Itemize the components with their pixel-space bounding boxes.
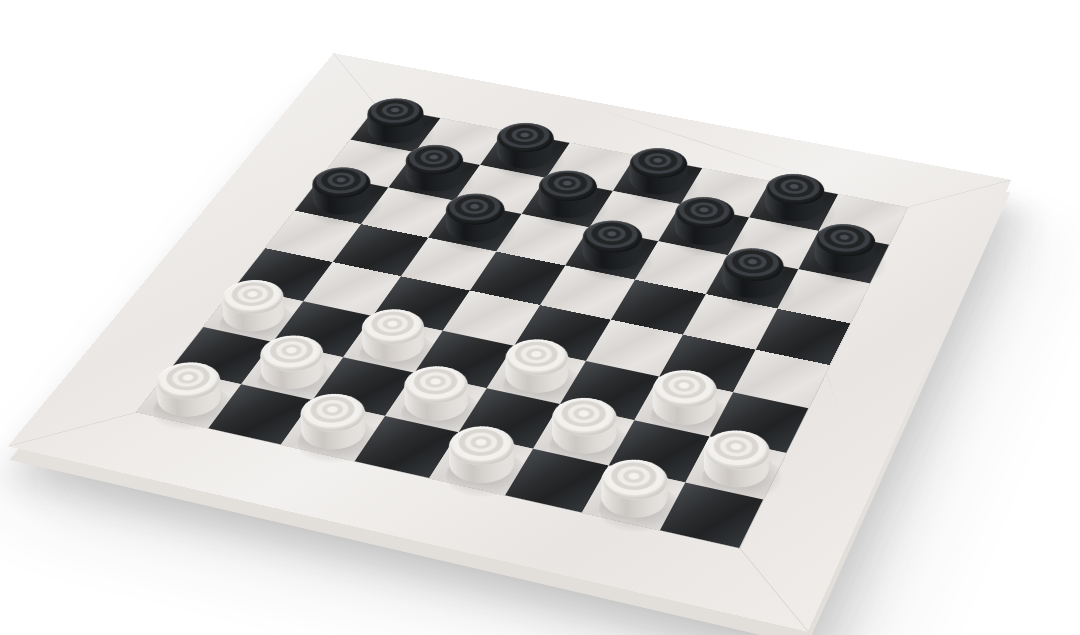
checker-white[interactable] — [252, 348, 334, 394]
checker-black[interactable] — [438, 206, 513, 247]
checker-black[interactable] — [489, 135, 561, 173]
checker-black[interactable] — [531, 183, 604, 223]
checker-white[interactable] — [353, 321, 433, 366]
checker-black[interactable] — [398, 157, 471, 196]
checker-black[interactable] — [622, 160, 693, 199]
checker-white[interactable] — [543, 410, 624, 459]
scene-3d — [0, 0, 1080, 635]
border-miter-seam — [333, 53, 377, 106]
checker-black[interactable] — [715, 260, 789, 303]
checker-white[interactable] — [644, 382, 723, 430]
checker-black[interactable] — [575, 233, 649, 275]
checker-white[interactable] — [497, 351, 576, 398]
checkerboard-grid — [137, 106, 908, 548]
checker-white[interactable] — [214, 292, 294, 336]
checker-white[interactable] — [395, 378, 476, 426]
checker-white[interactable] — [592, 472, 675, 524]
board-square[interactable] — [706, 255, 799, 309]
checker-black[interactable] — [667, 209, 740, 250]
checkers-board — [8, 53, 1011, 632]
checker-white[interactable] — [291, 406, 374, 455]
checker-white[interactable] — [440, 438, 523, 488]
border-miter-seam — [906, 179, 1011, 207]
checker-black[interactable] — [304, 179, 379, 219]
board-square[interactable] — [586, 319, 683, 376]
border-miter-seam — [8, 412, 138, 447]
checker-white[interactable] — [147, 374, 231, 422]
checker-black[interactable] — [758, 186, 829, 226]
product-photo-stage — [0, 0, 1080, 635]
checker-black[interactable] — [360, 110, 432, 147]
board-top-face — [8, 53, 1011, 632]
checker-black[interactable] — [808, 236, 880, 278]
checker-white[interactable] — [696, 442, 777, 492]
